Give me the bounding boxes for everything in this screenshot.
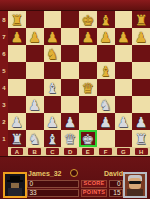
piece-gold-pawn: ♟ xyxy=(11,30,24,44)
square-g4[interactable] xyxy=(115,79,133,96)
status-panel: James_32 David 0 SCORE 0 33 POINTS 15 xyxy=(0,156,150,199)
square-e1[interactable]: ♚ xyxy=(79,130,97,147)
square-d1[interactable]: ♛ xyxy=(61,130,79,147)
square-a3[interactable] xyxy=(8,96,26,113)
piece-gold-rook: ♜ xyxy=(135,13,148,27)
square-e4[interactable]: ♛ xyxy=(79,79,97,96)
square-a2[interactable]: ♟ xyxy=(8,113,26,130)
square-g6[interactable] xyxy=(115,45,133,62)
square-g7[interactable]: ♟ xyxy=(115,28,133,45)
piece-silver-bishop: ♝ xyxy=(46,132,59,146)
piece-silver-pawn: ♟ xyxy=(135,115,148,129)
piece-silver-king: ♚ xyxy=(82,132,95,146)
square-a5[interactable] xyxy=(8,62,26,79)
piece-gold-pawn: ♟ xyxy=(46,30,59,44)
left-player-avatar xyxy=(3,172,27,198)
square-g8[interactable] xyxy=(115,11,133,28)
rank-labels: 87654321 xyxy=(0,11,8,147)
square-e6[interactable] xyxy=(79,45,97,62)
square-d5[interactable] xyxy=(61,62,79,79)
square-b6[interactable] xyxy=(26,45,44,62)
square-b1[interactable]: ♞ xyxy=(26,130,44,147)
square-b2[interactable] xyxy=(26,113,44,130)
square-e8[interactable]: ♚ xyxy=(79,11,97,28)
score-label: SCORE xyxy=(81,180,107,188)
square-b7[interactable]: ♟ xyxy=(26,28,44,45)
square-f1[interactable] xyxy=(97,130,115,147)
file-label: D xyxy=(64,148,77,155)
left-score-value: 0 xyxy=(27,180,79,188)
square-a7[interactable]: ♟ xyxy=(8,28,26,45)
left-points-value: 33 xyxy=(27,189,79,197)
right-player-name: David xyxy=(104,170,123,177)
square-h8[interactable]: ♜ xyxy=(132,11,150,28)
rank-label: 3 xyxy=(0,96,8,113)
square-c6[interactable]: ♞ xyxy=(44,45,62,62)
square-d6[interactable] xyxy=(61,45,79,62)
square-h2[interactable]: ♟ xyxy=(132,113,150,130)
piece-silver-rook: ♜ xyxy=(135,132,148,146)
file-label: G xyxy=(117,148,130,155)
file-label: H xyxy=(135,148,148,155)
square-d7[interactable] xyxy=(61,28,79,45)
chess-app-screen: 87654321 ♜♚♝♜♟♟♟♟♟♟♟♞♝♝♛♟♞♟♟♟♟♟♟♜♞♝♛♚♜ A… xyxy=(0,0,150,199)
piece-silver-pawn: ♟ xyxy=(64,115,77,129)
piece-silver-pawn: ♟ xyxy=(99,115,112,129)
piece-silver-knight: ♞ xyxy=(28,132,41,146)
square-d4[interactable] xyxy=(61,79,79,96)
square-e7[interactable]: ♟ xyxy=(79,28,97,45)
square-c5[interactable] xyxy=(44,62,62,79)
board-corner xyxy=(0,147,8,156)
square-h4[interactable] xyxy=(132,79,150,96)
square-h1[interactable]: ♜ xyxy=(132,130,150,147)
piece-gold-king: ♚ xyxy=(82,13,95,27)
square-d2[interactable]: ♟ xyxy=(61,113,79,130)
piece-gold-knight: ♞ xyxy=(46,47,59,61)
square-d8[interactable] xyxy=(61,11,79,28)
piece-silver-pawn: ♟ xyxy=(28,98,41,112)
right-points-value: 15 xyxy=(109,189,123,197)
piece-silver-queen: ♛ xyxy=(64,132,77,146)
piece-silver-bishop: ♝ xyxy=(46,81,59,95)
rank-label: 4 xyxy=(0,79,8,96)
square-e2[interactable] xyxy=(79,113,97,130)
avatar-sunglasses-icon xyxy=(129,181,141,184)
piece-gold-pawn: ♟ xyxy=(135,30,148,44)
square-b5[interactable] xyxy=(26,62,44,79)
square-e5[interactable] xyxy=(79,62,97,79)
title-bar xyxy=(0,0,150,11)
timer-icon xyxy=(70,169,78,177)
left-player-name: James_32 xyxy=(28,170,61,177)
piece-gold-pawn: ♟ xyxy=(117,30,130,44)
file-label: A xyxy=(11,148,24,155)
piece-gold-pawn: ♟ xyxy=(82,30,95,44)
rank-label: 2 xyxy=(0,113,8,130)
piece-gold-queen: ♛ xyxy=(82,81,95,95)
piece-gold-bishop: ♝ xyxy=(99,13,112,27)
square-g1[interactable] xyxy=(115,130,133,147)
square-h6[interactable] xyxy=(132,45,150,62)
square-g2[interactable]: ♟ xyxy=(115,113,133,130)
square-b8[interactable] xyxy=(26,11,44,28)
file-labels: ABCDEFGH xyxy=(8,147,150,156)
square-c7[interactable]: ♟ xyxy=(44,28,62,45)
board: ♜♚♝♜♟♟♟♟♟♟♟♞♝♝♛♟♞♟♟♟♟♟♟♜♞♝♛♚♜ xyxy=(8,11,150,147)
square-a1[interactable]: ♜ xyxy=(8,130,26,147)
rank-label: 5 xyxy=(0,62,8,79)
rank-label: 6 xyxy=(0,45,8,62)
points-label: POINTS xyxy=(81,189,107,197)
square-a4[interactable] xyxy=(8,79,26,96)
piece-gold-rook: ♜ xyxy=(11,13,24,27)
square-a8[interactable]: ♜ xyxy=(8,11,26,28)
piece-gold-pawn: ♟ xyxy=(28,30,41,44)
file-label: F xyxy=(99,148,112,155)
square-g5[interactable] xyxy=(115,62,133,79)
square-c2[interactable]: ♟ xyxy=(44,113,62,130)
square-b3[interactable]: ♟ xyxy=(26,96,44,113)
square-b4[interactable] xyxy=(26,79,44,96)
square-c3[interactable] xyxy=(44,96,62,113)
piece-gold-pawn: ♟ xyxy=(99,30,112,44)
piece-silver-pawn: ♟ xyxy=(117,115,130,129)
piece-gold-bishop: ♝ xyxy=(99,64,112,78)
square-h7[interactable]: ♟ xyxy=(132,28,150,45)
square-e3[interactable] xyxy=(79,96,97,113)
file-label: B xyxy=(28,148,41,155)
rank-label: 8 xyxy=(0,11,8,28)
square-f4[interactable] xyxy=(97,79,115,96)
square-h5[interactable] xyxy=(132,62,150,79)
rank-label: 1 xyxy=(0,130,8,147)
square-f7[interactable]: ♟ xyxy=(97,28,115,45)
square-d3[interactable] xyxy=(61,96,79,113)
file-label: E xyxy=(82,148,95,155)
square-f8[interactable]: ♝ xyxy=(97,11,115,28)
square-f6[interactable] xyxy=(97,45,115,62)
square-f5[interactable]: ♝ xyxy=(97,62,115,79)
square-c8[interactable] xyxy=(44,11,62,28)
piece-silver-pawn: ♟ xyxy=(46,115,59,129)
square-f2[interactable]: ♟ xyxy=(97,113,115,130)
square-a6[interactable] xyxy=(8,45,26,62)
square-c4[interactable]: ♝ xyxy=(44,79,62,96)
right-player-avatar xyxy=(123,172,147,198)
rank-label: 7 xyxy=(0,28,8,45)
square-h3[interactable] xyxy=(132,96,150,113)
square-g3[interactable] xyxy=(115,96,133,113)
file-label: C xyxy=(46,148,59,155)
piece-silver-rook: ♜ xyxy=(11,132,24,146)
piece-silver-knight: ♞ xyxy=(99,98,112,112)
piece-silver-pawn: ♟ xyxy=(11,115,24,129)
right-score-value: 0 xyxy=(109,180,123,188)
square-f3[interactable]: ♞ xyxy=(97,96,115,113)
square-c1[interactable]: ♝ xyxy=(44,130,62,147)
